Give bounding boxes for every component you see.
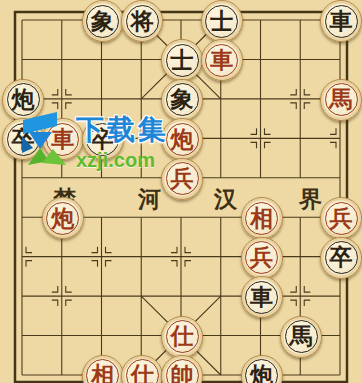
piece-red[interactable]: 兵: [241, 237, 283, 279]
piece-glyph: 兵: [330, 206, 353, 229]
piece-face: 象: [166, 83, 199, 116]
piece-face: 将: [126, 5, 159, 38]
piece-face: 炮: [166, 123, 199, 156]
piece-glyph: 炮: [171, 127, 194, 150]
piece-glyph: 将: [131, 9, 154, 32]
pieces-layer: 象将士車士車炮象馬卒車卒炮兵炮相兵兵卒車仕馬相仕帥炮: [0, 0, 362, 383]
piece-red[interactable]: 仕: [121, 355, 163, 383]
piece-face: 仕: [166, 320, 199, 353]
piece-glyph: 象: [91, 9, 114, 32]
watermark-domain: xzji.com: [76, 149, 169, 172]
piece-face: 馬: [285, 320, 318, 353]
piece-glyph: 馬: [330, 87, 353, 110]
piece-face: 兵: [245, 241, 278, 274]
piece-face: 炮: [46, 202, 79, 235]
piece-face: 士: [205, 5, 238, 38]
piece-glyph: 相: [91, 363, 114, 383]
piece-glyph: 炮: [12, 87, 35, 110]
watermark-title: 下载集: [76, 111, 169, 149]
xiangqi-board: 楚 河 汉 界 象将士車士車炮象馬卒車卒炮兵炮相兵兵卒車仕馬相仕帥炮 下载集 x…: [0, 0, 362, 383]
piece-glyph: 車: [250, 285, 273, 308]
piece-black[interactable]: 将: [121, 0, 163, 42]
piece-glyph: 帥: [171, 363, 194, 383]
piece-face: 士: [166, 44, 199, 77]
piece-face: 帥: [166, 359, 199, 383]
piece-red[interactable]: 兵: [320, 197, 362, 239]
piece-glyph: 士: [210, 9, 233, 32]
piece-black[interactable]: 卒: [320, 237, 362, 279]
piece-face: 相: [245, 202, 278, 235]
piece-glyph: 相: [250, 206, 273, 229]
download-arrow-icon: [22, 111, 70, 167]
piece-face: 象: [86, 5, 119, 38]
piece-glyph: 仕: [131, 363, 154, 383]
watermark: 下载集 xzji.com: [22, 111, 169, 172]
piece-glyph: 兵: [171, 166, 194, 189]
piece-face: 相: [86, 359, 119, 383]
piece-glyph: 炮: [51, 206, 74, 229]
piece-red[interactable]: 相: [82, 355, 124, 383]
piece-red[interactable]: 帥: [161, 355, 203, 383]
piece-glyph: 仕: [171, 324, 194, 347]
piece-black[interactable]: 士: [161, 39, 203, 81]
piece-red[interactable]: 馬: [320, 79, 362, 121]
piece-red[interactable]: 相: [241, 197, 283, 239]
piece-face: 車: [205, 44, 238, 77]
piece-face: 車: [325, 5, 358, 38]
piece-red[interactable]: 炮: [42, 197, 84, 239]
piece-glyph: 士: [171, 48, 194, 71]
piece-glyph: 炮: [250, 363, 273, 383]
piece-face: 兵: [166, 162, 199, 195]
piece-black[interactable]: 士: [201, 0, 243, 42]
watermark-text: 下载集 xzji.com: [76, 111, 169, 172]
piece-black[interactable]: 象: [82, 0, 124, 42]
piece-black[interactable]: 炮: [241, 355, 283, 383]
piece-glyph: 兵: [250, 245, 273, 268]
piece-face: 車: [245, 281, 278, 314]
piece-black[interactable]: 車: [320, 0, 362, 42]
piece-black[interactable]: 馬: [280, 316, 322, 358]
piece-face: 馬: [325, 83, 358, 116]
piece-face: 兵: [325, 202, 358, 235]
piece-face: 卒: [325, 241, 358, 274]
piece-glyph: 車: [330, 9, 353, 32]
piece-glyph: 車: [210, 48, 233, 71]
piece-face: 仕: [126, 359, 159, 383]
piece-glyph: 卒: [330, 245, 353, 268]
piece-glyph: 馬: [290, 324, 313, 347]
piece-red[interactable]: 車: [201, 39, 243, 81]
piece-face: 炮: [245, 359, 278, 383]
piece-red[interactable]: 仕: [161, 316, 203, 358]
piece-glyph: 象: [171, 87, 194, 110]
piece-black[interactable]: 車: [241, 276, 283, 318]
